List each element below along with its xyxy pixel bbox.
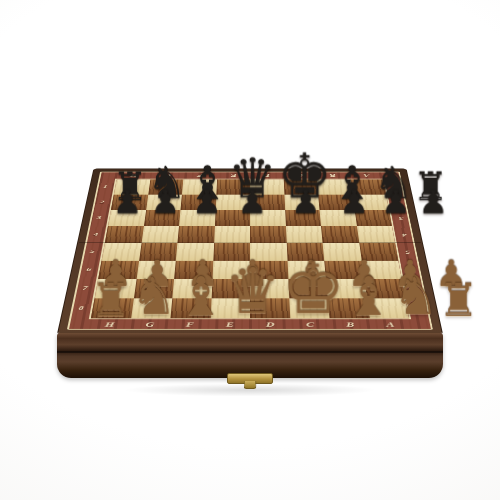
file-labels-top: HGFEDCBA: [117, 172, 383, 178]
square-g1: [148, 180, 183, 195]
square-c2: [284, 194, 319, 209]
square-d1: [250, 180, 284, 195]
file-top-label-d: D: [250, 172, 283, 178]
rank-label-3: 3: [90, 210, 109, 226]
square-g5: [139, 243, 178, 261]
square-c3: [285, 210, 321, 226]
white-rook-a8: ♜: [438, 256, 479, 321]
file-top-label-a: A: [349, 172, 383, 178]
square-d5: [250, 243, 287, 261]
file-top-label-b: B: [316, 172, 350, 178]
square-a7: [364, 279, 406, 298]
rank-label-4: 4: [86, 226, 105, 243]
square-d3: [250, 210, 286, 226]
square-h4: [105, 226, 144, 243]
square-e1: [216, 180, 250, 195]
photo-background: HGFEDCBA HGFEDCBA 12345678 12345678 ♜♞♝♛…: [0, 0, 500, 500]
rank-right-label-5: 5: [398, 243, 418, 261]
square-a3: [354, 210, 392, 226]
square-e5: [213, 243, 250, 261]
rank-right-label-3: 3: [392, 210, 411, 226]
rank-right-label-2: 2: [389, 194, 407, 209]
square-a8: [367, 298, 410, 318]
square-b4: [321, 226, 359, 243]
square-g4: [141, 226, 179, 243]
file-top-label-h: H: [117, 172, 151, 178]
black-rook-a1: ♜: [413, 148, 448, 204]
square-f7: [172, 279, 212, 298]
file-top-label-f: F: [183, 172, 217, 178]
rank-right-label-1: 1: [386, 180, 404, 195]
square-a5: [359, 243, 399, 261]
square-f8: [170, 298, 211, 318]
rank-right-label-4: 4: [395, 226, 414, 243]
chess-board-stage: HGFEDCBA HGFEDCBA 12345678 12345678 ♜♞♝♛…: [58, 0, 442, 334]
square-f4: [177, 226, 214, 243]
rank-label-1: 1: [96, 180, 114, 195]
chess-board: HGFEDCBA HGFEDCBA 12345678 12345678 ♜♞♝♛…: [58, 169, 442, 334]
square-b5: [323, 243, 362, 261]
square-c8: [289, 298, 330, 318]
square-d8: [250, 298, 290, 318]
square-c4: [286, 226, 323, 243]
square-h7: [95, 279, 137, 298]
square-g2: [146, 194, 182, 209]
rank-label-7: 7: [74, 279, 95, 298]
black-pawn-a2: ♟: [416, 184, 452, 217]
square-d4: [250, 226, 286, 243]
square-h1: [114, 180, 150, 195]
file-top-label-c: C: [283, 172, 317, 178]
square-c1: [283, 180, 318, 195]
white-pawn-a7: ♟: [432, 254, 471, 291]
square-h8: [91, 298, 134, 318]
brass-clasp-tab-icon: [244, 381, 257, 389]
rank-label-2: 2: [93, 194, 111, 209]
square-b2: [318, 194, 354, 209]
square-b7: [326, 279, 367, 298]
square-f2: [180, 194, 215, 209]
square-a2: [352, 194, 389, 209]
square-e4: [214, 226, 250, 243]
square-b3: [320, 210, 357, 226]
square-c7: [288, 279, 328, 298]
square-h5: [102, 243, 142, 261]
square-d2: [250, 194, 285, 209]
square-h3: [108, 210, 146, 226]
file-top-label-g: G: [150, 172, 184, 178]
square-c5: [286, 243, 324, 261]
square-g3: [143, 210, 180, 226]
square-e8: [210, 298, 250, 318]
square-a1: [350, 180, 386, 195]
square-g7: [133, 279, 174, 298]
closed-box-front: [57, 333, 443, 378]
hinge-fold-seam: [79, 242, 421, 243]
square-e7: [211, 279, 250, 298]
square-e3: [214, 210, 250, 226]
square-h2: [111, 194, 148, 209]
square-f5: [176, 243, 214, 261]
square-d7: [250, 279, 289, 298]
square-f3: [179, 210, 215, 226]
square-g8: [131, 298, 173, 318]
square-a4: [357, 226, 396, 243]
squares-grid: [91, 180, 409, 319]
square-f1: [182, 180, 217, 195]
rank-label-5: 5: [82, 243, 102, 261]
square-e2: [215, 194, 250, 209]
square-b8: [328, 298, 370, 318]
square-b1: [317, 180, 352, 195]
file-top-label-e: E: [217, 172, 250, 178]
